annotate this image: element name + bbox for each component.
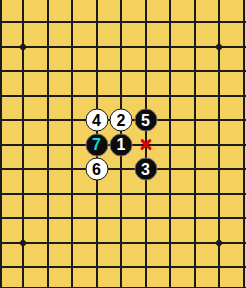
stone-white-6: 6 — [85, 158, 108, 181]
grid-line-horizontal — [0, 266, 246, 268]
move-number-label: 3 — [141, 161, 150, 177]
grid-line-horizontal — [0, 46, 246, 48]
grid-line-vertical-cut — [0, 0, 2, 288]
move-number-label: 5 — [141, 112, 150, 128]
stone-black-5: 5 — [134, 109, 157, 132]
grid-line-horizontal — [0, 217, 246, 219]
stone-black-7: 7 — [85, 133, 108, 156]
move-number-label: 1 — [117, 137, 126, 153]
grid-line-horizontal — [0, 193, 246, 195]
move-number-label: 6 — [92, 161, 101, 177]
red-x-mark — [139, 138, 153, 152]
go-board: 1234567 — [0, 0, 246, 288]
star-point — [19, 42, 27, 50]
grid-line-horizontal — [0, 168, 246, 170]
stone-white-4: 4 — [85, 109, 108, 132]
move-number-label: 4 — [92, 112, 101, 128]
move-number-label: 7 — [92, 137, 101, 153]
stone-black-3: 3 — [134, 158, 157, 181]
grid-line-horizontal — [0, 21, 246, 23]
grid-line-horizontal — [0, 70, 246, 72]
stone-black-1: 1 — [110, 133, 133, 156]
grid-line-horizontal — [0, 95, 246, 97]
grid-line-horizontal — [0, 242, 246, 244]
star-point — [215, 238, 223, 246]
star-point — [215, 42, 223, 50]
stone-white-2: 2 — [110, 109, 133, 132]
move-number-label: 2 — [117, 112, 126, 128]
star-point — [19, 238, 27, 246]
